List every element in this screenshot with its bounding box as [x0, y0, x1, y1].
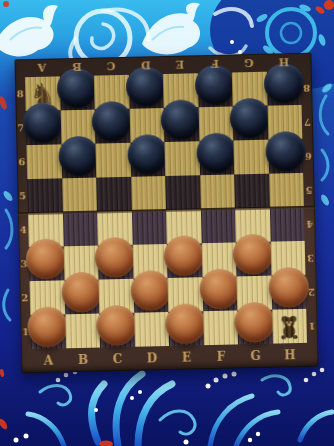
- square-b8[interactable]: [59, 76, 94, 111]
- square-b5[interactable]: [62, 178, 97, 213]
- rank-label-right-3: 3: [305, 241, 317, 275]
- square-b2[interactable]: [64, 280, 99, 315]
- square-d5[interactable]: [131, 176, 166, 211]
- square-f1[interactable]: [203, 310, 238, 345]
- rank-label-right-8: 8: [301, 71, 313, 105]
- square-f8[interactable]: [197, 72, 232, 107]
- square-h4[interactable]: [269, 207, 304, 242]
- square-c1[interactable]: [99, 313, 134, 348]
- piece-brown-a1[interactable]: [27, 306, 68, 347]
- square-c5[interactable]: [96, 177, 131, 212]
- square-d1[interactable]: [134, 312, 169, 347]
- square-c6[interactable]: [95, 143, 130, 178]
- piece-brown-d2[interactable]: [130, 270, 171, 311]
- file-label-top-g: G: [231, 54, 266, 73]
- square-h1[interactable]: [272, 309, 307, 344]
- piece-black-g7[interactable]: [230, 98, 271, 139]
- square-c7[interactable]: [95, 109, 130, 144]
- square-f4[interactable]: [200, 208, 235, 243]
- square-d4[interactable]: [131, 210, 166, 245]
- square-e5[interactable]: [165, 175, 200, 210]
- square-a1[interactable]: [30, 314, 65, 349]
- square-a5[interactable]: [27, 178, 62, 213]
- square-f6[interactable]: [199, 140, 234, 175]
- file-label-top-d: D: [128, 56, 163, 75]
- piece-brown-e3[interactable]: [164, 235, 205, 276]
- piece-black-e7[interactable]: [161, 99, 202, 140]
- square-b6[interactable]: [61, 144, 96, 179]
- square-e6[interactable]: [164, 141, 199, 176]
- square-f5[interactable]: [200, 174, 235, 209]
- square-f2[interactable]: [202, 276, 237, 311]
- square-g7[interactable]: [233, 106, 268, 141]
- piece-brown-e1[interactable]: [165, 303, 206, 344]
- rank-label-left-8: 8: [15, 77, 26, 111]
- file-label-bottom-c: C: [100, 347, 135, 372]
- square-h5[interactable]: [269, 173, 304, 208]
- file-label-top-f: F: [197, 54, 232, 73]
- piece-brown-f2[interactable]: [199, 269, 240, 310]
- rank-label-right-7: 7: [302, 105, 314, 139]
- square-a7[interactable]: [26, 110, 61, 145]
- piece-black-d6[interactable]: [127, 134, 168, 175]
- file-label-bottom-e: E: [169, 345, 204, 370]
- square-d2[interactable]: [133, 278, 168, 313]
- piece-brown-g1[interactable]: [234, 302, 275, 343]
- square-h2[interactable]: [271, 275, 306, 310]
- rank-label-right-5: 5: [303, 173, 315, 207]
- square-b4[interactable]: [62, 212, 97, 247]
- rank-label-right-4: 4: [304, 207, 316, 241]
- file-label-bottom-d: D: [135, 346, 170, 371]
- file-label-bottom-a: A: [31, 348, 66, 373]
- piece-black-a7[interactable]: [23, 103, 64, 144]
- piece-black-f6[interactable]: [196, 133, 237, 174]
- piece-brown-g3[interactable]: [233, 234, 274, 275]
- checkers-board: ABCDEFGH ABCDEFGH 87654321 87654321 ♞: [14, 53, 318, 374]
- square-e7[interactable]: [164, 107, 199, 142]
- file-label-top-h: H: [266, 53, 301, 72]
- square-e1[interactable]: [168, 311, 203, 346]
- square-a6[interactable]: [26, 144, 61, 179]
- square-g6[interactable]: [233, 140, 268, 175]
- square-g3[interactable]: [236, 242, 271, 277]
- piece-brown-a3[interactable]: [26, 238, 67, 279]
- square-g5[interactable]: [234, 174, 269, 209]
- square-a3[interactable]: [29, 246, 64, 281]
- photo-scene: ABCDEFGH ABCDEFGH 87654321 87654321 ♞: [0, 0, 334, 446]
- bear-mascot-icon: [272, 309, 307, 344]
- square-g1[interactable]: [237, 310, 272, 345]
- file-label-top-a: A: [24, 58, 59, 77]
- piece-black-b6[interactable]: [58, 136, 99, 177]
- piece-brown-c3[interactable]: [95, 237, 136, 278]
- file-label-bottom-g: G: [238, 344, 273, 369]
- file-label-bottom-f: F: [204, 344, 239, 369]
- square-b1[interactable]: [65, 314, 100, 349]
- file-label-top-c: C: [93, 57, 128, 76]
- file-label-bottom-b: B: [66, 348, 101, 373]
- square-c3[interactable]: [98, 245, 133, 280]
- file-label-top-e: E: [162, 55, 197, 74]
- piece-brown-c1[interactable]: [96, 305, 137, 346]
- square-h6[interactable]: [268, 139, 303, 174]
- file-label-top-b: B: [59, 58, 94, 77]
- square-d6[interactable]: [130, 142, 165, 177]
- square-d8[interactable]: [128, 74, 163, 109]
- piece-brown-b2[interactable]: [61, 272, 102, 313]
- piece-brown-h2[interactable]: [268, 267, 309, 308]
- rank-label-right-1: 1: [306, 309, 318, 343]
- file-label-bottom-h: H: [272, 343, 307, 368]
- piece-black-h6[interactable]: [265, 131, 306, 172]
- square-e3[interactable]: [167, 243, 202, 278]
- piece-black-c7[interactable]: [92, 101, 133, 142]
- square-h8[interactable]: [266, 71, 301, 106]
